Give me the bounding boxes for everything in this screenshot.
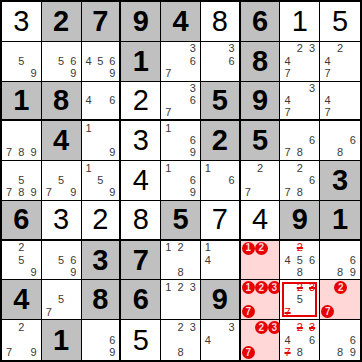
- cell-r6c1[interactable]: 6: [2, 201, 42, 241]
- cell-r9c5[interactable]: 238: [161, 320, 201, 360]
- cell-r7c5[interactable]: 128: [161, 241, 201, 281]
- cell-r6c5[interactable]: 5: [161, 201, 201, 241]
- cell-r6c9[interactable]: 1: [320, 201, 360, 241]
- candidate-1: 1: [202, 162, 214, 174]
- pencil-marks: 27: [241, 161, 280, 200]
- eliminated-candidate-3: 3: [306, 321, 318, 334]
- pencil-marks: 123: [161, 280, 200, 319]
- cell-r7c2[interactable]: 569: [42, 241, 82, 281]
- candidate-7: 7: [281, 187, 293, 199]
- pencil-marks: 14: [201, 241, 239, 280]
- candidate-9: 9: [28, 187, 40, 199]
- cell-r8c4[interactable]: 6: [121, 280, 161, 320]
- cell-r8c6[interactable]: 9: [201, 280, 241, 320]
- candidate-3: 3: [306, 43, 318, 55]
- pencil-marks: 678: [280, 121, 319, 160]
- candidate-7: 7: [242, 187, 254, 199]
- candidate-9: 9: [67, 266, 79, 278]
- candidate-5: 5: [15, 174, 27, 186]
- given-digit: 4: [53, 126, 69, 155]
- given-digit: 5: [252, 126, 268, 155]
- pencil-marks: 159: [82, 161, 120, 200]
- candidate-8: 8: [334, 147, 347, 159]
- pencil-marks: 579: [42, 161, 81, 200]
- solved-digit: 2: [133, 86, 149, 115]
- eliminated-candidate-2: 2: [294, 242, 306, 254]
- candidate-5: 5: [294, 294, 306, 306]
- candidate-5: 5: [15, 55, 27, 67]
- given-digit: 1: [332, 205, 348, 234]
- candidate-6: 6: [187, 135, 199, 147]
- solved-digit: 8: [133, 205, 149, 234]
- solved-digit: 4: [252, 205, 268, 234]
- candidate-9: 9: [28, 266, 40, 278]
- cell-r2c5[interactable]: 367: [161, 42, 201, 82]
- candidate-6: 6: [306, 174, 318, 186]
- pencil-marks: 367: [161, 82, 200, 120]
- pencil-marks: 128: [161, 241, 200, 280]
- cell-r8c5[interactable]: 123: [161, 280, 201, 320]
- pencil-marks: 1237: [241, 280, 280, 319]
- pencil-marks: 279: [2, 320, 41, 360]
- pencil-marks: 5789: [2, 161, 41, 200]
- candidate-4: 4: [281, 55, 293, 67]
- given-digit: 7: [133, 246, 149, 275]
- candidate-9: 9: [28, 147, 40, 159]
- candidate-6: 6: [306, 254, 318, 266]
- candidate-1: 1: [83, 122, 95, 134]
- cell-r9c9[interactable]: 689: [320, 320, 360, 360]
- cell-r5c5[interactable]: 169: [161, 161, 201, 201]
- candidate-9: 9: [346, 346, 359, 359]
- solved-digit: 5: [133, 326, 149, 355]
- cell-r2c4[interactable]: 1: [121, 42, 161, 82]
- candidate-7: 7: [3, 147, 15, 159]
- eliminated-candidate-7: 7: [281, 346, 293, 359]
- pencil-marks: 689: [320, 241, 360, 280]
- cell-r9c6[interactable]: 34: [201, 320, 241, 360]
- given-digit: 1: [133, 47, 149, 76]
- cell-r1c2[interactable]: 2: [42, 2, 82, 42]
- cell-r1c6[interactable]: 8: [201, 2, 241, 42]
- cell-r7c7[interactable]: 12: [241, 241, 281, 281]
- candidate-3: 3: [187, 321, 199, 334]
- cell-r5c4[interactable]: 4: [121, 161, 161, 201]
- cell-r3c7[interactable]: 9: [241, 82, 281, 122]
- cell-r8c1[interactable]: 4: [2, 280, 42, 320]
- eliminated-candidate-2: 2: [294, 321, 306, 334]
- candidate-4: 4: [202, 334, 214, 347]
- candidate-9: 9: [106, 346, 118, 359]
- cell-r2c2[interactable]: 569: [42, 42, 82, 82]
- pencil-marks: 247: [320, 42, 360, 81]
- cell-r8c2[interactable]: 57: [42, 280, 82, 320]
- candidate-2: 2: [254, 162, 266, 174]
- candidate-4: 4: [321, 94, 334, 106]
- candidate-2: 2: [174, 321, 186, 334]
- candidate-5: 5: [294, 254, 306, 266]
- candidate-4: 4: [281, 94, 293, 106]
- candidate-9: 9: [67, 67, 79, 79]
- candidate-2: 2: [294, 162, 306, 174]
- cell-r1c9[interactable]: 5: [320, 2, 360, 42]
- cell-r1c7[interactable]: 6: [241, 2, 281, 42]
- candidate-1: 1: [162, 162, 174, 174]
- pencil-marks: 2357: [280, 280, 319, 319]
- candidate-1: 1: [162, 281, 174, 293]
- candidate-6: 6: [187, 94, 199, 106]
- cell-r2c1[interactable]: 59: [2, 42, 42, 82]
- cell-r5c7[interactable]: 27: [241, 161, 281, 201]
- candidate-9: 9: [346, 266, 359, 278]
- candidate-9: 9: [106, 187, 118, 199]
- candidate-4: 4: [281, 254, 293, 266]
- cell-r2c9[interactable]: 247: [320, 42, 360, 82]
- cell-r5c6[interactable]: 16: [201, 161, 241, 201]
- candidate-5: 5: [94, 55, 106, 67]
- cell-r9c8[interactable]: 234678: [280, 320, 320, 360]
- cell-r6c2[interactable]: 3: [42, 201, 82, 241]
- candidate-4: 4: [321, 55, 334, 67]
- candidate-3: 3: [306, 83, 318, 95]
- candidate-1: 1: [162, 122, 174, 134]
- cell-r8c3[interactable]: 8: [82, 280, 122, 320]
- given-digit: 9: [252, 86, 268, 115]
- cell-r5c2[interactable]: 579: [42, 161, 82, 201]
- cell-r2c7[interactable]: 8: [241, 42, 281, 82]
- cell-r3c4[interactable]: 2: [121, 82, 161, 122]
- cell-r3c6[interactable]: 5: [201, 82, 241, 122]
- cell-r4c6[interactable]: 2: [201, 121, 241, 161]
- candidate-8: 8: [174, 346, 186, 359]
- candidate-6: 6: [346, 334, 359, 347]
- pencil-marks: 237: [241, 320, 280, 360]
- candidate-2: 2: [174, 281, 186, 293]
- given-digit: 9: [292, 205, 308, 234]
- pencil-marks: 69: [82, 320, 120, 360]
- candidate-6: 6: [67, 254, 79, 266]
- pencil-marks: 47: [320, 82, 360, 120]
- cell-r9c1[interactable]: 279: [2, 320, 42, 360]
- given-digit: 3: [332, 166, 348, 195]
- pencil-marks: 27: [320, 280, 360, 319]
- cell-r4c8[interactable]: 678: [280, 121, 320, 161]
- solved-digit: 5: [332, 7, 348, 36]
- candidate-6: 6: [187, 55, 199, 67]
- pencil-marks: 4569: [82, 42, 120, 81]
- cell-r6c3[interactable]: 2: [82, 201, 122, 241]
- candidate-8: 8: [334, 266, 347, 278]
- given-digit: 7: [92, 7, 108, 36]
- cell-r4c2[interactable]: 4: [42, 121, 82, 161]
- solved-digit: 7: [212, 205, 228, 234]
- circled-candidate-7: 7: [321, 305, 334, 318]
- eliminated-candidate-2: 2: [294, 281, 306, 293]
- candidate-1: 1: [202, 242, 214, 254]
- candidate-8: 8: [15, 187, 27, 199]
- candidate-8: 8: [294, 266, 306, 278]
- pencil-marks: 34: [201, 320, 239, 360]
- given-digit: 6: [13, 205, 29, 234]
- cell-r1c4[interactable]: 9: [121, 2, 161, 42]
- pencil-marks: 59: [2, 42, 41, 81]
- candidate-7: 7: [281, 67, 293, 79]
- candidate-5: 5: [55, 55, 67, 67]
- candidate-5: 5: [55, 174, 67, 186]
- candidate-4: 4: [83, 94, 95, 106]
- cell-r5c9[interactable]: 3: [320, 161, 360, 201]
- candidate-5: 5: [15, 254, 27, 266]
- candidate-2: 2: [15, 242, 27, 254]
- circled-candidate-1: 1: [242, 281, 255, 294]
- given-digit: 5: [212, 86, 228, 115]
- pencil-marks: 234678: [280, 320, 319, 360]
- candidate-7: 7: [281, 147, 293, 159]
- eliminated-candidate-7: 7: [281, 306, 293, 318]
- candidate-5: 5: [94, 174, 106, 186]
- cell-r5c8[interactable]: 2678: [280, 161, 320, 201]
- candidate-7: 7: [321, 106, 334, 118]
- circled-candidate-3: 3: [268, 321, 281, 334]
- given-digit: 6: [252, 7, 268, 36]
- eliminated-candidate-3: 3: [306, 281, 318, 293]
- candidate-1: 1: [83, 162, 95, 174]
- cell-r6c4[interactable]: 8: [121, 201, 161, 241]
- candidate-9: 9: [28, 67, 40, 79]
- cell-r4c5[interactable]: 169: [161, 121, 201, 161]
- solved-digit: 8: [212, 7, 228, 36]
- pencil-marks: 169: [161, 121, 200, 160]
- candidate-8: 8: [294, 187, 306, 199]
- candidate-6: 6: [226, 174, 238, 186]
- candidate-3: 3: [187, 43, 199, 55]
- pencil-marks: 347: [280, 82, 319, 120]
- cell-r8c7[interactable]: 1237: [241, 280, 281, 320]
- cell-r4c9[interactable]: 68: [320, 121, 360, 161]
- pencil-marks: 57: [42, 280, 81, 319]
- candidate-9: 9: [106, 67, 118, 79]
- cell-r1c3[interactable]: 7: [82, 2, 122, 42]
- candidate-4: 4: [202, 254, 214, 266]
- circled-candidate-7: 7: [242, 346, 255, 359]
- sudoku-board: 3279486155956945691367368234724718462367…: [0, 0, 362, 362]
- candidate-8: 8: [294, 147, 306, 159]
- cell-r6c8[interactable]: 9: [280, 201, 320, 241]
- pencil-marks: 569: [42, 42, 81, 81]
- given-digit: 8: [53, 86, 69, 115]
- cell-r9c4[interactable]: 5: [121, 320, 161, 360]
- candidate-9: 9: [187, 187, 199, 199]
- candidate-7: 7: [321, 67, 334, 79]
- candidate-3: 3: [226, 43, 238, 55]
- candidate-8: 8: [174, 266, 186, 278]
- solved-digit: 4: [133, 166, 149, 195]
- circled-candidate-1: 1: [242, 242, 255, 255]
- candidate-8: 8: [294, 346, 306, 359]
- cell-r3c2[interactable]: 8: [42, 82, 82, 122]
- given-digit: 2: [212, 126, 228, 155]
- candidate-2: 2: [15, 321, 27, 334]
- candidate-1: 1: [162, 242, 174, 254]
- circled-candidate-2: 2: [255, 281, 268, 294]
- circled-candidate-2: 2: [255, 321, 268, 334]
- cell-r2c3[interactable]: 4569: [82, 42, 122, 82]
- pencil-marks: 569: [42, 241, 81, 280]
- candidate-6: 6: [306, 135, 318, 147]
- circled-candidate-2: 2: [255, 242, 268, 255]
- cell-r7c6[interactable]: 14: [201, 241, 241, 281]
- pencil-marks: 2678: [280, 161, 319, 200]
- given-digit: 6: [133, 285, 149, 314]
- cell-r1c8[interactable]: 1: [280, 2, 320, 42]
- cell-r5c1[interactable]: 5789: [2, 161, 42, 201]
- pencil-marks: 19: [82, 121, 120, 160]
- given-digit: 3: [92, 246, 108, 275]
- circled-candidate-2: 2: [334, 281, 347, 294]
- candidate-5: 5: [55, 294, 67, 306]
- cell-r1c1[interactable]: 3: [2, 2, 42, 42]
- cell-r3c3[interactable]: 46: [82, 82, 122, 122]
- cell-r3c8[interactable]: 347: [280, 82, 320, 122]
- cell-r9c2[interactable]: 1: [42, 320, 82, 360]
- candidate-2: 2: [174, 242, 186, 254]
- cell-r7c3[interactable]: 3: [82, 241, 122, 281]
- cell-r4c1[interactable]: 789: [2, 121, 42, 161]
- pencil-marks: 689: [320, 320, 360, 360]
- candidate-8: 8: [15, 147, 27, 159]
- candidate-9: 9: [106, 147, 118, 159]
- pencil-marks: 36: [201, 42, 239, 81]
- candidate-2: 2: [294, 43, 306, 55]
- cell-r2c8[interactable]: 2347: [280, 42, 320, 82]
- pencil-marks: 12: [241, 241, 280, 280]
- circled-candidate-7: 7: [242, 305, 255, 318]
- given-digit: 8: [92, 285, 108, 314]
- candidate-6: 6: [306, 334, 318, 347]
- candidate-7: 7: [3, 346, 15, 359]
- cell-r7c9[interactable]: 689: [320, 241, 360, 281]
- solved-digit: 3: [53, 205, 69, 234]
- candidate-6: 6: [346, 135, 359, 147]
- candidate-7: 7: [281, 106, 293, 118]
- cell-r9c7[interactable]: 237: [241, 320, 281, 360]
- cell-r7c8[interactable]: 24568: [280, 241, 320, 281]
- cell-r1c5[interactable]: 4: [161, 2, 201, 42]
- candidate-3: 3: [187, 83, 199, 95]
- solved-digit: 3: [13, 7, 29, 36]
- cell-r4c7[interactable]: 5: [241, 121, 281, 161]
- cell-r3c5[interactable]: 367: [161, 82, 201, 122]
- candidate-3: 3: [187, 281, 199, 293]
- pencil-marks: 259: [2, 241, 41, 280]
- given-digit: 4: [13, 285, 29, 314]
- candidate-4: 4: [281, 334, 293, 347]
- candidate-6: 6: [346, 254, 359, 266]
- candidate-9: 9: [67, 187, 79, 199]
- candidate-6: 6: [226, 55, 238, 67]
- candidate-5: 5: [55, 254, 67, 266]
- candidate-3: 3: [226, 321, 238, 334]
- solved-digit: 1: [292, 7, 308, 36]
- given-digit: 5: [172, 205, 188, 234]
- candidate-7: 7: [3, 187, 15, 199]
- cell-r7c1[interactable]: 259: [2, 241, 42, 281]
- candidate-2: 2: [334, 43, 347, 55]
- candidate-4: 4: [83, 55, 95, 67]
- cell-r8c8[interactable]: 2357: [280, 280, 320, 320]
- candidate-9: 9: [187, 147, 199, 159]
- candidate-7: 7: [162, 67, 174, 79]
- pencil-marks: 68: [320, 121, 360, 160]
- candidate-6: 6: [106, 334, 118, 347]
- given-digit: 4: [172, 7, 188, 36]
- candidate-7: 7: [43, 306, 55, 318]
- cell-r2c6[interactable]: 36: [201, 42, 241, 82]
- cell-r6c6[interactable]: 7: [201, 201, 241, 241]
- solved-digit: 2: [92, 205, 108, 234]
- pencil-marks: 24568: [280, 241, 319, 280]
- cell-r3c1[interactable]: 1: [2, 82, 42, 122]
- candidate-7: 7: [43, 187, 55, 199]
- candidate-6: 6: [106, 94, 118, 106]
- cell-r5c3[interactable]: 159: [82, 161, 122, 201]
- candidate-7: 7: [162, 106, 174, 118]
- pencil-marks: 789: [2, 121, 41, 160]
- given-digit: 2: [53, 7, 69, 36]
- cell-r7c4[interactable]: 7: [121, 241, 161, 281]
- cell-r8c9[interactable]: 27: [320, 280, 360, 320]
- pencil-marks: 169: [161, 161, 200, 200]
- pencil-marks: 46: [82, 82, 120, 120]
- pencil-marks: 16: [201, 161, 239, 200]
- circled-candidate-3: 3: [268, 281, 281, 294]
- candidate-9: 9: [28, 346, 40, 359]
- given-digit: 9: [133, 7, 149, 36]
- given-digit: 8: [252, 47, 268, 76]
- given-digit: 1: [13, 86, 29, 115]
- candidate-8: 8: [334, 346, 347, 359]
- candidate-6: 6: [187, 174, 199, 186]
- cell-r3c9[interactable]: 47: [320, 82, 360, 122]
- given-digit: 1: [53, 326, 69, 355]
- cell-r4c3[interactable]: 19: [82, 121, 122, 161]
- pencil-marks: 367: [161, 42, 200, 81]
- candidate-6: 6: [106, 55, 118, 67]
- candidate-6: 6: [67, 55, 79, 67]
- given-digit: 9: [212, 285, 228, 314]
- pencil-marks: 238: [161, 320, 200, 360]
- pencil-marks: 2347: [280, 42, 319, 81]
- cell-r6c7[interactable]: 4: [241, 201, 281, 241]
- cell-r4c4[interactable]: 3: [121, 121, 161, 161]
- cell-r9c3[interactable]: 69: [82, 320, 122, 360]
- solved-digit: 3: [133, 126, 149, 155]
